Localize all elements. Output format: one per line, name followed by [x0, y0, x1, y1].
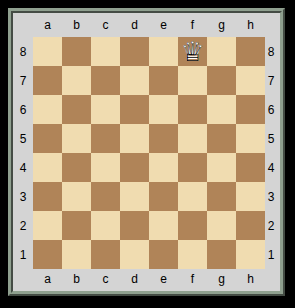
square-g3[interactable] [207, 182, 236, 211]
rank-label-left-3: 3 [13, 182, 33, 211]
file-label-top-f: f [178, 13, 207, 37]
square-h2[interactable] [236, 211, 265, 240]
square-a3[interactable] [33, 182, 62, 211]
square-f1[interactable] [178, 240, 207, 269]
square-c7[interactable] [91, 66, 120, 95]
square-d2[interactable] [120, 211, 149, 240]
square-d8[interactable] [120, 37, 149, 66]
square-b5[interactable] [62, 124, 91, 153]
square-h6[interactable] [236, 95, 265, 124]
square-f2[interactable] [178, 211, 207, 240]
board-corner-bottom-right [265, 269, 277, 288]
square-a2[interactable] [33, 211, 62, 240]
board-corner-top-left [13, 13, 33, 37]
rank-label-left-7: 7 [13, 66, 33, 95]
square-f4[interactable] [178, 153, 207, 182]
square-a8[interactable] [33, 37, 62, 66]
square-g1[interactable] [207, 240, 236, 269]
square-f6[interactable] [178, 95, 207, 124]
square-e8[interactable] [149, 37, 178, 66]
file-label-bottom-f: f [178, 269, 207, 288]
square-g5[interactable] [207, 124, 236, 153]
rank-label-left-6: 6 [13, 95, 33, 124]
square-d4[interactable] [120, 153, 149, 182]
square-h5[interactable] [236, 124, 265, 153]
square-e3[interactable] [149, 182, 178, 211]
rank-label-right-6: 6 [265, 95, 277, 124]
square-b4[interactable] [62, 153, 91, 182]
file-label-bottom-c: c [91, 269, 120, 288]
square-b1[interactable] [62, 240, 91, 269]
file-label-top-d: d [120, 13, 149, 37]
file-label-bottom-b: b [62, 269, 91, 288]
rank-label-left-1: 1 [13, 240, 33, 269]
square-b7[interactable] [62, 66, 91, 95]
square-a4[interactable] [33, 153, 62, 182]
rank-label-right-3: 3 [265, 182, 277, 211]
square-e7[interactable] [149, 66, 178, 95]
square-a7[interactable] [33, 66, 62, 95]
square-c8[interactable] [91, 37, 120, 66]
square-h1[interactable] [236, 240, 265, 269]
square-e6[interactable] [149, 95, 178, 124]
square-a6[interactable] [33, 95, 62, 124]
square-c2[interactable] [91, 211, 120, 240]
square-h4[interactable] [236, 153, 265, 182]
file-label-top-e: e [149, 13, 178, 37]
rank-label-left-4: 4 [13, 153, 33, 182]
file-label-top-g: g [207, 13, 236, 37]
rank-label-right-5: 5 [265, 124, 277, 153]
square-g8[interactable] [207, 37, 236, 66]
square-e1[interactable] [149, 240, 178, 269]
file-label-top-h: h [236, 13, 265, 37]
square-c5[interactable] [91, 124, 120, 153]
file-label-top-c: c [91, 13, 120, 37]
rank-label-right-4: 4 [265, 153, 277, 182]
square-f8[interactable]: ♛♕ [178, 37, 207, 66]
rank-label-right-2: 2 [265, 211, 277, 240]
square-h7[interactable] [236, 66, 265, 95]
square-f3[interactable] [178, 182, 207, 211]
square-b6[interactable] [62, 95, 91, 124]
square-g4[interactable] [207, 153, 236, 182]
rank-label-left-2: 2 [13, 211, 33, 240]
file-label-bottom-g: g [207, 269, 236, 288]
square-e4[interactable] [149, 153, 178, 182]
file-label-bottom-d: d [120, 269, 149, 288]
square-e2[interactable] [149, 211, 178, 240]
square-c6[interactable] [91, 95, 120, 124]
square-d1[interactable] [120, 240, 149, 269]
rank-label-left-8: 8 [13, 37, 33, 66]
square-g7[interactable] [207, 66, 236, 95]
rank-label-left-5: 5 [13, 124, 33, 153]
square-b8[interactable] [62, 37, 91, 66]
board-corner-bottom-left [13, 269, 33, 288]
white-queen-outline-glyph: ♕ [178, 37, 207, 66]
rank-label-right-1: 1 [265, 240, 277, 269]
file-label-bottom-h: h [236, 269, 265, 288]
chess-board: abcdefgh8♛♕877665544332211abcdefgh [13, 13, 277, 288]
file-label-bottom-a: a [33, 269, 62, 288]
chess-board-frame: abcdefgh8♛♕877665544332211abcdefgh [8, 8, 285, 296]
square-a5[interactable] [33, 124, 62, 153]
file-label-bottom-e: e [149, 269, 178, 288]
white-queen[interactable]: ♛♕ [178, 37, 207, 66]
rank-label-right-8: 8 [265, 37, 277, 66]
square-e5[interactable] [149, 124, 178, 153]
board-corner-top-right [265, 13, 277, 37]
square-h8[interactable] [236, 37, 265, 66]
square-c1[interactable] [91, 240, 120, 269]
file-label-top-b: b [62, 13, 91, 37]
square-c3[interactable] [91, 182, 120, 211]
square-d3[interactable] [120, 182, 149, 211]
square-a1[interactable] [33, 240, 62, 269]
square-b3[interactable] [62, 182, 91, 211]
file-label-top-a: a [33, 13, 62, 37]
square-f5[interactable] [178, 124, 207, 153]
square-h3[interactable] [236, 182, 265, 211]
square-d6[interactable] [120, 95, 149, 124]
square-g2[interactable] [207, 211, 236, 240]
square-b2[interactable] [62, 211, 91, 240]
rank-label-right-7: 7 [265, 66, 277, 95]
square-g6[interactable] [207, 95, 236, 124]
square-d5[interactable] [120, 124, 149, 153]
square-c4[interactable] [91, 153, 120, 182]
square-f7[interactable] [178, 66, 207, 95]
square-d7[interactable] [120, 66, 149, 95]
